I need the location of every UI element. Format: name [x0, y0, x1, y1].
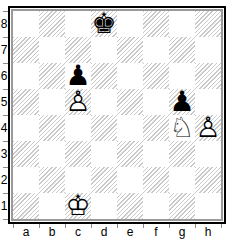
rank-tick — [3, 219, 8, 220]
file-label-a: a — [13, 226, 39, 238]
file-tick — [13, 224, 14, 228]
rank-tick — [3, 167, 8, 168]
file-tick — [221, 224, 222, 228]
square-c3[interactable] — [65, 141, 91, 167]
square-h7[interactable] — [195, 37, 221, 63]
square-e4[interactable] — [117, 115, 143, 141]
board-inner-frame: ♚♟♟♙♟♞♘♟♙♚♔ — [11, 9, 223, 221]
file-label-e: e — [117, 226, 143, 238]
square-d8[interactable]: ♚ — [91, 11, 117, 37]
square-b2[interactable] — [39, 167, 65, 193]
file-tick — [117, 224, 118, 228]
rank-label-1: 1 — [0, 193, 8, 219]
square-c5[interactable]: ♟♙ — [65, 89, 91, 115]
square-d4[interactable] — [91, 115, 117, 141]
rank-label-2: 2 — [0, 167, 8, 193]
square-a2[interactable] — [13, 167, 39, 193]
square-f5[interactable] — [143, 89, 169, 115]
rank-tick — [3, 11, 8, 12]
square-g1[interactable] — [169, 193, 195, 219]
square-e1[interactable] — [117, 193, 143, 219]
piece-black-king[interactable]: ♚ — [91, 11, 117, 37]
file-label-f: f — [143, 226, 169, 238]
square-d2[interactable] — [91, 167, 117, 193]
piece-white-pawn[interactable]: ♙ — [195, 115, 221, 141]
square-h2[interactable] — [195, 167, 221, 193]
square-h6[interactable] — [195, 63, 221, 89]
square-b1[interactable] — [39, 193, 65, 219]
rank-tick — [3, 193, 8, 194]
rank-label-6: 6 — [0, 63, 8, 89]
square-h1[interactable] — [195, 193, 221, 219]
rank-tick — [3, 37, 8, 38]
square-a1[interactable] — [13, 193, 39, 219]
chess-board: ♚♟♟♙♟♞♘♟♙♚♔ — [13, 11, 221, 219]
square-h4[interactable]: ♟♙ — [195, 115, 221, 141]
square-a5[interactable] — [13, 89, 39, 115]
file-tick — [143, 224, 144, 228]
rank-tick — [3, 63, 8, 64]
square-g8[interactable] — [169, 11, 195, 37]
square-e3[interactable] — [117, 141, 143, 167]
square-a4[interactable] — [13, 115, 39, 141]
square-e5[interactable] — [117, 89, 143, 115]
square-d1[interactable] — [91, 193, 117, 219]
file-tick — [39, 224, 40, 228]
rank-label-7: 7 — [0, 37, 8, 63]
rank-label-4: 4 — [0, 115, 8, 141]
file-tick — [169, 224, 170, 228]
square-a3[interactable] — [13, 141, 39, 167]
file-label-c: c — [65, 226, 91, 238]
square-c1[interactable]: ♚♔ — [65, 193, 91, 219]
rank-tick — [3, 141, 8, 142]
square-f1[interactable] — [143, 193, 169, 219]
board-frame: ♚♟♟♙♟♞♘♟♙♚♔ — [8, 6, 226, 224]
square-f6[interactable] — [143, 63, 169, 89]
square-b4[interactable] — [39, 115, 65, 141]
rank-label-5: 5 — [0, 89, 8, 115]
square-e7[interactable] — [117, 37, 143, 63]
square-d5[interactable] — [91, 89, 117, 115]
square-f8[interactable] — [143, 11, 169, 37]
square-g2[interactable] — [169, 167, 195, 193]
square-b7[interactable] — [39, 37, 65, 63]
rank-label-3: 3 — [0, 141, 8, 167]
square-g4[interactable]: ♞♘ — [169, 115, 195, 141]
square-f3[interactable] — [143, 141, 169, 167]
square-f4[interactable] — [143, 115, 169, 141]
square-d6[interactable] — [91, 63, 117, 89]
file-tick — [65, 224, 66, 228]
square-a6[interactable] — [13, 63, 39, 89]
square-g7[interactable] — [169, 37, 195, 63]
piece-white-king[interactable]: ♔ — [65, 193, 91, 219]
square-c4[interactable] — [65, 115, 91, 141]
square-h3[interactable] — [195, 141, 221, 167]
square-c8[interactable] — [65, 11, 91, 37]
rank-label-8: 8 — [0, 11, 8, 37]
square-b5[interactable] — [39, 89, 65, 115]
file-tick — [91, 224, 92, 228]
square-f7[interactable] — [143, 37, 169, 63]
square-b6[interactable] — [39, 63, 65, 89]
piece-white-pawn[interactable]: ♙ — [65, 89, 91, 115]
square-d3[interactable] — [91, 141, 117, 167]
square-b3[interactable] — [39, 141, 65, 167]
file-tick — [195, 224, 196, 228]
square-f2[interactable] — [143, 167, 169, 193]
piece-white-knight[interactable]: ♘ — [169, 115, 195, 141]
file-label-b: b — [39, 226, 65, 238]
square-e2[interactable] — [117, 167, 143, 193]
file-label-h: h — [195, 226, 221, 238]
square-a7[interactable] — [13, 37, 39, 63]
square-h8[interactable] — [195, 11, 221, 37]
square-e8[interactable] — [117, 11, 143, 37]
file-label-g: g — [169, 226, 195, 238]
chess-diagram: ♚♟♟♙♟♞♘♟♙♚♔ 8 7 6 5 4 3 2 1 a b c d e f … — [0, 0, 234, 239]
rank-tick — [3, 89, 8, 90]
square-e6[interactable] — [117, 63, 143, 89]
square-a8[interactable] — [13, 11, 39, 37]
file-label-d: d — [91, 226, 117, 238]
square-g3[interactable] — [169, 141, 195, 167]
rank-tick — [3, 115, 8, 116]
square-b8[interactable] — [39, 11, 65, 37]
square-d7[interactable] — [91, 37, 117, 63]
